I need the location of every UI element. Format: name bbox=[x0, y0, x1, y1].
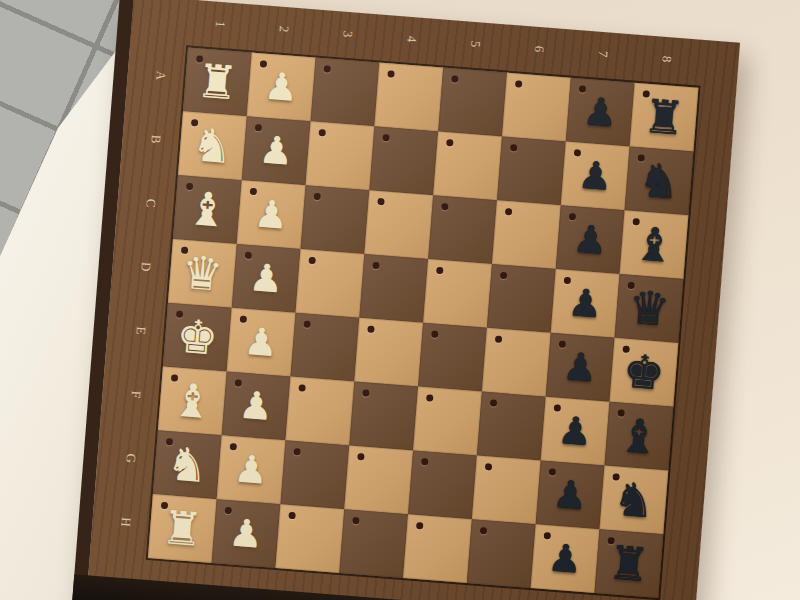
peg-hole bbox=[431, 330, 439, 338]
rank-label-2: 2 bbox=[272, 17, 296, 41]
peg-hole bbox=[313, 193, 321, 201]
square-h7[interactable]: ♟ bbox=[531, 524, 600, 593]
rank-label-7: 7 bbox=[591, 42, 615, 66]
piece-white-bishop-f1[interactable]: ♝ bbox=[169, 367, 215, 434]
square-e6[interactable] bbox=[482, 328, 551, 397]
peg-hole bbox=[293, 448, 301, 456]
square-c4[interactable] bbox=[364, 190, 433, 259]
piece-black-king-e8[interactable]: ♚ bbox=[621, 339, 667, 406]
piece-white-pawn-a2[interactable]: ♟ bbox=[262, 54, 301, 120]
piece-black-rook-h8[interactable]: ♜ bbox=[606, 530, 652, 597]
piece-white-bishop-c1[interactable]: ♝ bbox=[184, 176, 230, 243]
square-f6[interactable] bbox=[477, 392, 546, 461]
peg-hole bbox=[298, 384, 306, 392]
file-label-h: H bbox=[114, 510, 138, 534]
piece-white-knight-g1[interactable]: ♞ bbox=[164, 431, 210, 498]
square-e3[interactable] bbox=[291, 313, 360, 382]
square-h6[interactable] bbox=[467, 519, 536, 588]
square-e8[interactable]: ♚ bbox=[610, 338, 679, 407]
peg-hole bbox=[308, 257, 316, 265]
square-b7[interactable]: ♟ bbox=[561, 141, 630, 210]
rank-label-5: 5 bbox=[463, 32, 487, 56]
square-e1[interactable]: ♚ bbox=[163, 303, 232, 372]
square-b5[interactable] bbox=[433, 131, 502, 200]
piece-black-pawn-h7[interactable]: ♟ bbox=[546, 525, 585, 591]
piece-black-pawn-f7[interactable]: ♟ bbox=[556, 398, 595, 464]
peg-hole bbox=[357, 453, 365, 461]
square-c8[interactable]: ♝ bbox=[620, 210, 689, 279]
square-a3[interactable] bbox=[311, 58, 380, 127]
square-a8[interactable]: ♜ bbox=[630, 83, 699, 152]
piece-white-pawn-b2[interactable]: ♟ bbox=[257, 117, 296, 183]
piece-white-king-e1[interactable]: ♚ bbox=[174, 304, 220, 371]
peg-hole bbox=[446, 139, 454, 147]
square-b3[interactable] bbox=[306, 121, 375, 190]
peg-hole bbox=[510, 144, 518, 152]
peg-hole bbox=[451, 75, 459, 83]
square-b6[interactable] bbox=[497, 136, 566, 205]
peg-hole bbox=[421, 458, 429, 466]
peg-hole bbox=[387, 70, 395, 78]
square-a4[interactable] bbox=[374, 63, 443, 132]
peg-hole bbox=[362, 389, 370, 397]
chess-board: 12345678 ABCDEFGH ♜♟♟♜♞♟♟♞♝♟♟♝♛♟♟♛♚♟♟♚♝♟… bbox=[69, 0, 740, 600]
peg-hole bbox=[318, 129, 326, 137]
piece-white-rook-a1[interactable]: ♜ bbox=[194, 48, 240, 115]
square-e5[interactable] bbox=[418, 323, 487, 392]
square-f4[interactable] bbox=[349, 382, 418, 451]
piece-white-pawn-e2[interactable]: ♟ bbox=[242, 309, 281, 375]
file-label-a: A bbox=[149, 64, 173, 88]
square-g1[interactable]: ♞ bbox=[153, 430, 222, 499]
peg-hole bbox=[495, 336, 503, 344]
square-b4[interactable] bbox=[369, 126, 438, 195]
rank-label-3: 3 bbox=[336, 22, 360, 46]
square-c5[interactable] bbox=[428, 195, 497, 264]
square-g2[interactable]: ♟ bbox=[217, 435, 286, 504]
piece-black-pawn-a7[interactable]: ♟ bbox=[581, 79, 620, 145]
piece-black-queen-d8[interactable]: ♛ bbox=[626, 275, 672, 342]
piece-white-pawn-h2[interactable]: ♟ bbox=[227, 500, 266, 566]
rank-label-6: 6 bbox=[527, 37, 551, 61]
square-b2[interactable]: ♟ bbox=[242, 116, 311, 185]
piece-white-pawn-c2[interactable]: ♟ bbox=[252, 181, 291, 247]
square-d3[interactable] bbox=[296, 249, 365, 318]
square-g8[interactable]: ♞ bbox=[599, 465, 668, 534]
file-label-g: G bbox=[119, 446, 143, 470]
square-d5[interactable] bbox=[423, 259, 492, 328]
square-h4[interactable] bbox=[339, 509, 408, 578]
square-g6[interactable] bbox=[472, 455, 541, 524]
square-f1[interactable]: ♝ bbox=[158, 367, 227, 436]
square-h1[interactable]: ♜ bbox=[148, 494, 217, 563]
square-b1[interactable]: ♞ bbox=[178, 111, 247, 180]
piece-white-knight-b1[interactable]: ♞ bbox=[189, 112, 235, 179]
peg-hole bbox=[436, 267, 444, 275]
square-f7[interactable]: ♟ bbox=[541, 397, 610, 466]
square-a7[interactable]: ♟ bbox=[566, 78, 635, 147]
rank-label-8: 8 bbox=[655, 47, 679, 71]
square-g3[interactable] bbox=[280, 440, 349, 509]
piece-white-queen-d1[interactable]: ♛ bbox=[179, 240, 225, 307]
square-f3[interactable] bbox=[285, 377, 354, 446]
square-f2[interactable]: ♟ bbox=[222, 372, 291, 441]
peg-hole bbox=[367, 325, 375, 333]
piece-black-rook-a8[interactable]: ♜ bbox=[641, 84, 687, 151]
peg-hole bbox=[426, 394, 434, 402]
piece-black-bishop-f8[interactable]: ♝ bbox=[616, 403, 662, 470]
file-label-d: D bbox=[134, 255, 158, 279]
peg-hole bbox=[480, 527, 488, 535]
piece-black-pawn-e7[interactable]: ♟ bbox=[561, 334, 600, 400]
piece-black-bishop-c8[interactable]: ♝ bbox=[631, 211, 677, 278]
photo-scene: 12345678 ABCDEFGH ♜♟♟♜♞♟♟♞♝♟♟♝♛♟♟♛♚♟♟♚♝♟… bbox=[0, 0, 800, 600]
square-d7[interactable]: ♟ bbox=[551, 269, 620, 338]
peg-hole bbox=[485, 463, 493, 471]
piece-black-pawn-b7[interactable]: ♟ bbox=[576, 143, 615, 209]
piece-black-knight-b8[interactable]: ♞ bbox=[636, 147, 682, 214]
square-c6[interactable] bbox=[492, 200, 561, 269]
square-d8[interactable]: ♛ bbox=[615, 274, 684, 343]
piece-white-rook-h1[interactable]: ♜ bbox=[159, 495, 205, 562]
square-d4[interactable] bbox=[359, 254, 428, 323]
peg-hole bbox=[500, 272, 508, 280]
peg-hole bbox=[505, 208, 513, 216]
square-g4[interactable] bbox=[344, 445, 413, 514]
file-label-b: B bbox=[144, 127, 168, 151]
rank-label-4: 4 bbox=[400, 27, 424, 51]
square-a1[interactable]: ♜ bbox=[183, 48, 252, 117]
square-e7[interactable]: ♟ bbox=[546, 333, 615, 402]
square-f8[interactable]: ♝ bbox=[605, 402, 674, 471]
file-label-f: F bbox=[124, 383, 148, 407]
square-f5[interactable] bbox=[413, 387, 482, 456]
peg-hole bbox=[515, 80, 523, 88]
square-c1[interactable]: ♝ bbox=[173, 175, 242, 244]
square-a2[interactable]: ♟ bbox=[247, 53, 316, 122]
square-a5[interactable] bbox=[438, 68, 507, 137]
peg-hole bbox=[352, 517, 360, 525]
peg-hole bbox=[288, 512, 296, 520]
square-d2[interactable]: ♟ bbox=[232, 244, 301, 313]
peg-hole bbox=[441, 203, 449, 211]
square-h8[interactable]: ♜ bbox=[594, 529, 663, 598]
square-h3[interactable] bbox=[275, 504, 344, 573]
square-h5[interactable] bbox=[403, 514, 472, 583]
peg-hole bbox=[382, 134, 390, 142]
piece-black-pawn-c7[interactable]: ♟ bbox=[571, 206, 610, 272]
piece-white-pawn-g2[interactable]: ♟ bbox=[232, 437, 271, 503]
piece-white-pawn-f2[interactable]: ♟ bbox=[237, 373, 276, 439]
square-a6[interactable] bbox=[502, 73, 571, 142]
piece-white-pawn-d2[interactable]: ♟ bbox=[247, 245, 286, 311]
piece-black-pawn-d7[interactable]: ♟ bbox=[566, 270, 605, 336]
peg-hole bbox=[490, 399, 498, 407]
square-g5[interactable] bbox=[408, 450, 477, 519]
board-grid: ♜♟♟♜♞♟♟♞♝♟♟♝♛♟♟♛♚♟♟♚♝♟♟♝♞♟♟♞♜♟♟♜ bbox=[146, 45, 701, 600]
peg-hole bbox=[372, 262, 380, 270]
rank-label-1: 1 bbox=[208, 12, 232, 36]
square-e2[interactable]: ♟ bbox=[227, 308, 296, 377]
square-d6[interactable] bbox=[487, 264, 556, 333]
piece-black-knight-g8[interactable]: ♞ bbox=[611, 466, 657, 533]
square-d1[interactable]: ♛ bbox=[168, 239, 237, 308]
square-c2[interactable]: ♟ bbox=[237, 180, 306, 249]
file-label-c: C bbox=[139, 191, 163, 215]
square-e4[interactable] bbox=[354, 318, 423, 387]
square-g7[interactable]: ♟ bbox=[536, 460, 605, 529]
peg-hole bbox=[303, 320, 311, 328]
piece-black-pawn-g7[interactable]: ♟ bbox=[551, 462, 590, 528]
square-c3[interactable] bbox=[301, 185, 370, 254]
square-c7[interactable]: ♟ bbox=[556, 205, 625, 274]
square-b8[interactable]: ♞ bbox=[625, 146, 694, 215]
file-label-e: E bbox=[129, 319, 153, 343]
square-h2[interactable]: ♟ bbox=[212, 499, 281, 568]
peg-hole bbox=[377, 198, 385, 206]
peg-hole bbox=[416, 522, 424, 530]
peg-hole bbox=[323, 65, 331, 73]
